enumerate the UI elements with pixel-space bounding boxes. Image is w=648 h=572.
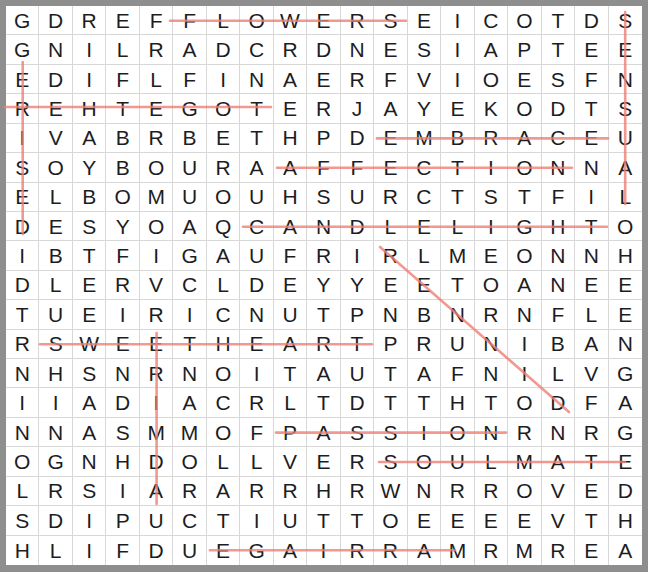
cell-r3c17[interactable]: S xyxy=(542,65,575,94)
cell-r5c5[interactable]: R xyxy=(140,124,173,153)
cell-r18c2[interactable]: D xyxy=(39,506,72,535)
cell-r15c2[interactable]: N xyxy=(39,418,72,447)
cell-r19c2[interactable]: L xyxy=(39,536,72,565)
cell-r11c5[interactable]: R xyxy=(140,300,173,329)
cell-r18c10[interactable]: T xyxy=(307,506,340,535)
cell-r2c14[interactable]: I xyxy=(441,35,474,64)
cell-r1c18[interactable]: D xyxy=(575,6,608,35)
cell-r17c7[interactable]: A xyxy=(207,477,240,506)
cell-r17c13[interactable]: N xyxy=(408,477,441,506)
cell-r12c9[interactable]: A xyxy=(274,330,307,359)
cell-r10c12[interactable]: E xyxy=(374,271,407,300)
cell-r2c12[interactable]: E xyxy=(374,35,407,64)
cell-r16c18[interactable]: T xyxy=(575,447,608,476)
cell-r9c17[interactable]: N xyxy=(542,241,575,270)
cell-r7c6[interactable]: U xyxy=(173,183,206,212)
cell-r12c19[interactable]: N xyxy=(609,330,642,359)
cell-r14c11[interactable]: D xyxy=(341,388,374,417)
cell-r14c10[interactable]: T xyxy=(307,388,340,417)
cell-r5c16[interactable]: A xyxy=(508,124,541,153)
cell-r9c11[interactable]: I xyxy=(341,241,374,270)
cell-r14c19[interactable]: A xyxy=(609,388,642,417)
cell-r2c13[interactable]: S xyxy=(408,35,441,64)
cell-r16c13[interactable]: O xyxy=(408,447,441,476)
cell-r6c9[interactable]: A xyxy=(274,153,307,182)
cell-r12c14[interactable]: U xyxy=(441,330,474,359)
cell-r18c5[interactable]: U xyxy=(140,506,173,535)
cell-r11c7[interactable]: C xyxy=(207,300,240,329)
cell-r8c13[interactable]: E xyxy=(408,212,441,241)
cell-r10c1[interactable]: D xyxy=(6,271,39,300)
cell-r10c14[interactable]: T xyxy=(441,271,474,300)
cell-r15c4[interactable]: S xyxy=(106,418,139,447)
cell-r13c1[interactable]: N xyxy=(6,359,39,388)
cell-r3c19[interactable]: N xyxy=(609,65,642,94)
cell-r13c17[interactable]: L xyxy=(542,359,575,388)
cell-r16c5[interactable]: D xyxy=(140,447,173,476)
cell-r17c18[interactable]: E xyxy=(575,477,608,506)
cell-r9c16[interactable]: O xyxy=(508,241,541,270)
cell-r15c3[interactable]: A xyxy=(73,418,106,447)
cell-r1c14[interactable]: I xyxy=(441,6,474,35)
cell-r16c19[interactable]: E xyxy=(609,447,642,476)
cell-r14c13[interactable]: T xyxy=(408,388,441,417)
cell-r3c9[interactable]: A xyxy=(274,65,307,94)
cell-r18c1[interactable]: S xyxy=(6,506,39,535)
cell-r6c14[interactable]: T xyxy=(441,153,474,182)
cell-r17c10[interactable]: H xyxy=(307,477,340,506)
cell-r11c14[interactable]: N xyxy=(441,300,474,329)
cell-r16c6[interactable]: O xyxy=(173,447,206,476)
cell-r8c9[interactable]: A xyxy=(274,212,307,241)
cell-r18c17[interactable]: V xyxy=(542,506,575,535)
cell-r4c7[interactable]: O xyxy=(207,94,240,123)
cell-r13c2[interactable]: H xyxy=(39,359,72,388)
cell-r4c9[interactable]: E xyxy=(274,94,307,123)
cell-r14c6[interactable]: A xyxy=(173,388,206,417)
cell-r1c7[interactable]: L xyxy=(207,6,240,35)
cell-r1c15[interactable]: C xyxy=(475,6,508,35)
cell-r17c6[interactable]: R xyxy=(173,477,206,506)
cell-r6c19[interactable]: A xyxy=(609,153,642,182)
cell-r16c15[interactable]: L xyxy=(475,447,508,476)
cell-r4c19[interactable]: S xyxy=(609,94,642,123)
cell-r15c1[interactable]: N xyxy=(6,418,39,447)
cell-r11c13[interactable]: B xyxy=(408,300,441,329)
cell-r9c6[interactable]: G xyxy=(173,241,206,270)
cell-r1c16[interactable]: O xyxy=(508,6,541,35)
cell-r17c1[interactable]: L xyxy=(6,477,39,506)
cell-r7c15[interactable]: S xyxy=(475,183,508,212)
cell-r13c19[interactable]: G xyxy=(609,359,642,388)
cell-r13c6[interactable]: N xyxy=(173,359,206,388)
cell-r18c9[interactable]: U xyxy=(274,506,307,535)
cell-r13c11[interactable]: U xyxy=(341,359,374,388)
cell-r10c8[interactable]: D xyxy=(240,271,273,300)
cell-r10c19[interactable]: E xyxy=(609,271,642,300)
cell-r3c3[interactable]: I xyxy=(73,65,106,94)
cell-r8c7[interactable]: Q xyxy=(207,212,240,241)
cell-r5c3[interactable]: A xyxy=(73,124,106,153)
cell-r15c17[interactable]: N xyxy=(542,418,575,447)
cell-r6c5[interactable]: O xyxy=(140,153,173,182)
cell-r11c4[interactable]: I xyxy=(106,300,139,329)
cell-r15c9[interactable]: P xyxy=(274,418,307,447)
cell-r2c15[interactable]: A xyxy=(475,35,508,64)
cell-r9c2[interactable]: B xyxy=(39,241,72,270)
cell-r17c3[interactable]: S xyxy=(73,477,106,506)
cell-r10c2[interactable]: L xyxy=(39,271,72,300)
cell-r16c14[interactable]: U xyxy=(441,447,474,476)
cell-r2c8[interactable]: C xyxy=(240,35,273,64)
cell-r10c3[interactable]: E xyxy=(73,271,106,300)
cell-r4c16[interactable]: O xyxy=(508,94,541,123)
cell-r2c2[interactable]: N xyxy=(39,35,72,64)
cell-r4c10[interactable]: R xyxy=(307,94,340,123)
cell-r16c16[interactable]: M xyxy=(508,447,541,476)
cell-r1c17[interactable]: T xyxy=(542,6,575,35)
cell-r12c16[interactable]: I xyxy=(508,330,541,359)
cell-r16c3[interactable]: N xyxy=(73,447,106,476)
cell-r12c4[interactable]: E xyxy=(106,330,139,359)
cell-r15c12[interactable]: S xyxy=(374,418,407,447)
cell-r12c7[interactable]: H xyxy=(207,330,240,359)
cell-r15c8[interactable]: F xyxy=(240,418,273,447)
cell-r11c3[interactable]: E xyxy=(73,300,106,329)
cell-r2c4[interactable]: L xyxy=(106,35,139,64)
cell-r9c3[interactable]: T xyxy=(73,241,106,270)
cell-r4c5[interactable]: E xyxy=(140,94,173,123)
cell-r18c3[interactable]: I xyxy=(73,506,106,535)
cell-r19c3[interactable]: I xyxy=(73,536,106,565)
cell-r18c12[interactable]: O xyxy=(374,506,407,535)
cell-r19c19[interactable]: A xyxy=(609,536,642,565)
cell-r12c15[interactable]: N xyxy=(475,330,508,359)
cell-r8c19[interactable]: O xyxy=(609,212,642,241)
cell-r6c18[interactable]: N xyxy=(575,153,608,182)
cell-r2c18[interactable]: E xyxy=(575,35,608,64)
cell-r3c2[interactable]: D xyxy=(39,65,72,94)
cell-r10c17[interactable]: N xyxy=(542,271,575,300)
cell-r19c5[interactable]: D xyxy=(140,536,173,565)
cell-r4c4[interactable]: T xyxy=(106,94,139,123)
cell-r9c15[interactable]: E xyxy=(475,241,508,270)
cell-r14c15[interactable]: T xyxy=(475,388,508,417)
cell-r19c16[interactable]: M xyxy=(508,536,541,565)
cell-r3c1[interactable]: E xyxy=(6,65,39,94)
cell-r7c7[interactable]: O xyxy=(207,183,240,212)
cell-r13c14[interactable]: F xyxy=(441,359,474,388)
cell-r19c12[interactable]: R xyxy=(374,536,407,565)
cell-r5c8[interactable]: T xyxy=(240,124,273,153)
cell-r19c7[interactable]: E xyxy=(207,536,240,565)
cell-r11c11[interactable]: P xyxy=(341,300,374,329)
cell-r15c16[interactable]: R xyxy=(508,418,541,447)
cell-r15c11[interactable]: S xyxy=(341,418,374,447)
cell-r13c5[interactable]: R xyxy=(140,359,173,388)
cell-r15c7[interactable]: O xyxy=(207,418,240,447)
cell-r18c19[interactable]: H xyxy=(609,506,642,535)
cell-r16c4[interactable]: H xyxy=(106,447,139,476)
cell-r18c15[interactable]: E xyxy=(475,506,508,535)
cell-r5c18[interactable]: E xyxy=(575,124,608,153)
cell-r10c4[interactable]: R xyxy=(106,271,139,300)
cell-r15c5[interactable]: M xyxy=(140,418,173,447)
cell-r3c6[interactable]: F xyxy=(173,65,206,94)
cell-r17c14[interactable]: R xyxy=(441,477,474,506)
cell-r16c12[interactable]: S xyxy=(374,447,407,476)
cell-r12c17[interactable]: B xyxy=(542,330,575,359)
cell-r12c8[interactable]: E xyxy=(240,330,273,359)
cell-r6c8[interactable]: A xyxy=(240,153,273,182)
cell-r7c8[interactable]: U xyxy=(240,183,273,212)
cell-r13c12[interactable]: T xyxy=(374,359,407,388)
cell-r13c4[interactable]: N xyxy=(106,359,139,388)
cell-r7c12[interactable]: R xyxy=(374,183,407,212)
cell-r5c12[interactable]: E xyxy=(374,124,407,153)
cell-r1c9[interactable]: W xyxy=(274,6,307,35)
cell-r6c1[interactable]: S xyxy=(6,153,39,182)
cell-r4c1[interactable]: R xyxy=(6,94,39,123)
cell-r11c6[interactable]: I xyxy=(173,300,206,329)
cell-r4c12[interactable]: A xyxy=(374,94,407,123)
cell-r11c10[interactable]: T xyxy=(307,300,340,329)
cell-r17c19[interactable]: D xyxy=(609,477,642,506)
cell-r17c15[interactable]: R xyxy=(475,477,508,506)
cell-r8c4[interactable]: Y xyxy=(106,212,139,241)
cell-r7c11[interactable]: U xyxy=(341,183,374,212)
cell-r8c14[interactable]: L xyxy=(441,212,474,241)
cell-r3c12[interactable]: F xyxy=(374,65,407,94)
cell-r1c3[interactable]: R xyxy=(73,6,106,35)
cell-r7c13[interactable]: C xyxy=(408,183,441,212)
cell-r10c6[interactable]: C xyxy=(173,271,206,300)
cell-r13c3[interactable]: S xyxy=(73,359,106,388)
cell-r3c16[interactable]: E xyxy=(508,65,541,94)
cell-r12c2[interactable]: S xyxy=(39,330,72,359)
cell-r6c15[interactable]: I xyxy=(475,153,508,182)
cell-r5c14[interactable]: B xyxy=(441,124,474,153)
cell-r11c12[interactable]: N xyxy=(374,300,407,329)
cell-r15c13[interactable]: I xyxy=(408,418,441,447)
cell-r5c4[interactable]: B xyxy=(106,124,139,153)
cell-r4c13[interactable]: Y xyxy=(408,94,441,123)
cell-r12c18[interactable]: A xyxy=(575,330,608,359)
cell-r12c11[interactable]: T xyxy=(341,330,374,359)
cell-r5c11[interactable]: D xyxy=(341,124,374,153)
cell-r14c1[interactable]: I xyxy=(6,388,39,417)
cell-r16c8[interactable]: L xyxy=(240,447,273,476)
cell-r2c16[interactable]: P xyxy=(508,35,541,64)
cell-r8c10[interactable]: N xyxy=(307,212,340,241)
cell-r3c11[interactable]: R xyxy=(341,65,374,94)
cell-r14c5[interactable]: I xyxy=(140,388,173,417)
cell-r15c14[interactable]: O xyxy=(441,418,474,447)
cell-r18c8[interactable]: I xyxy=(240,506,273,535)
cell-r8c5[interactable]: O xyxy=(140,212,173,241)
cell-r5c6[interactable]: B xyxy=(173,124,206,153)
cell-r5c19[interactable]: U xyxy=(609,124,642,153)
cell-r1c19[interactable]: S xyxy=(609,6,642,35)
cell-r16c17[interactable]: A xyxy=(542,447,575,476)
cell-r10c11[interactable]: Y xyxy=(341,271,374,300)
cell-r13c7[interactable]: O xyxy=(207,359,240,388)
cell-r12c3[interactable]: W xyxy=(73,330,106,359)
cell-r8c1[interactable]: D xyxy=(6,212,39,241)
cell-r9c19[interactable]: H xyxy=(609,241,642,270)
cell-r10c9[interactable]: E xyxy=(274,271,307,300)
cell-r2c19[interactable]: E xyxy=(609,35,642,64)
cell-r13c16[interactable]: I xyxy=(508,359,541,388)
cell-r4c11[interactable]: J xyxy=(341,94,374,123)
cell-r3c14[interactable]: I xyxy=(441,65,474,94)
cell-r5c13[interactable]: M xyxy=(408,124,441,153)
cell-r6c7[interactable]: R xyxy=(207,153,240,182)
cell-r4c17[interactable]: D xyxy=(542,94,575,123)
cell-r9c14[interactable]: M xyxy=(441,241,474,270)
cell-r11c1[interactable]: T xyxy=(6,300,39,329)
cell-r5c10[interactable]: P xyxy=(307,124,340,153)
cell-r8c6[interactable]: A xyxy=(173,212,206,241)
cell-r3c15[interactable]: O xyxy=(475,65,508,94)
cell-r3c5[interactable]: L xyxy=(140,65,173,94)
cell-r9c18[interactable]: N xyxy=(575,241,608,270)
cell-r18c14[interactable]: E xyxy=(441,506,474,535)
cell-r7c3[interactable]: B xyxy=(73,183,106,212)
cell-r14c14[interactable]: H xyxy=(441,388,474,417)
cell-r5c15[interactable]: R xyxy=(475,124,508,153)
cell-r4c6[interactable]: G xyxy=(173,94,206,123)
cell-r16c7[interactable]: L xyxy=(207,447,240,476)
cell-r14c4[interactable]: D xyxy=(106,388,139,417)
cell-r10c15[interactable]: O xyxy=(475,271,508,300)
cell-r7c1[interactable]: E xyxy=(6,183,39,212)
cell-r15c6[interactable]: M xyxy=(173,418,206,447)
cell-r5c1[interactable]: I xyxy=(6,124,39,153)
cell-r18c16[interactable]: E xyxy=(508,506,541,535)
cell-r16c10[interactable]: E xyxy=(307,447,340,476)
cell-r13c13[interactable]: A xyxy=(408,359,441,388)
cell-r7c14[interactable]: T xyxy=(441,183,474,212)
cell-r18c11[interactable]: T xyxy=(341,506,374,535)
cell-r6c16[interactable]: O xyxy=(508,153,541,182)
cell-r9c5[interactable]: I xyxy=(140,241,173,270)
cell-r11c8[interactable]: N xyxy=(240,300,273,329)
cell-r2c9[interactable]: R xyxy=(274,35,307,64)
cell-r14c3[interactable]: A xyxy=(73,388,106,417)
cell-r3c13[interactable]: V xyxy=(408,65,441,94)
cell-r11c19[interactable]: E xyxy=(609,300,642,329)
cell-r17c8[interactable]: R xyxy=(240,477,273,506)
cell-r18c7[interactable]: T xyxy=(207,506,240,535)
cell-r1c8[interactable]: O xyxy=(240,6,273,35)
cell-r13c15[interactable]: N xyxy=(475,359,508,388)
cell-r9c7[interactable]: A xyxy=(207,241,240,270)
cell-r6c12[interactable]: E xyxy=(374,153,407,182)
cell-r1c4[interactable]: E xyxy=(106,6,139,35)
cell-r19c11[interactable]: R xyxy=(341,536,374,565)
cell-r8c15[interactable]: I xyxy=(475,212,508,241)
cell-r10c5[interactable]: V xyxy=(140,271,173,300)
cell-r17c5[interactable]: A xyxy=(140,477,173,506)
cell-r6c17[interactable]: N xyxy=(542,153,575,182)
cell-r2c11[interactable]: N xyxy=(341,35,374,64)
cell-r7c18[interactable]: I xyxy=(575,183,608,212)
cell-r13c10[interactable]: A xyxy=(307,359,340,388)
cell-r18c4[interactable]: P xyxy=(106,506,139,535)
cell-r3c7[interactable]: I xyxy=(207,65,240,94)
cell-r14c8[interactable]: R xyxy=(240,388,273,417)
cell-r1c11[interactable]: R xyxy=(341,6,374,35)
cell-r17c11[interactable]: R xyxy=(341,477,374,506)
cell-r14c17[interactable]: D xyxy=(542,388,575,417)
cell-r5c9[interactable]: H xyxy=(274,124,307,153)
cell-r5c2[interactable]: V xyxy=(39,124,72,153)
cell-r8c17[interactable]: H xyxy=(542,212,575,241)
cell-r8c11[interactable]: D xyxy=(341,212,374,241)
cell-r9c9[interactable]: F xyxy=(274,241,307,270)
cell-r7c5[interactable]: M xyxy=(140,183,173,212)
cell-r16c1[interactable]: O xyxy=(6,447,39,476)
cell-r6c11[interactable]: F xyxy=(341,153,374,182)
cell-r6c3[interactable]: Y xyxy=(73,153,106,182)
cell-r12c13[interactable]: R xyxy=(408,330,441,359)
cell-r17c12[interactable]: W xyxy=(374,477,407,506)
cell-r12c12[interactable]: P xyxy=(374,330,407,359)
cell-r11c9[interactable]: U xyxy=(274,300,307,329)
cell-r8c2[interactable]: E xyxy=(39,212,72,241)
cell-r19c6[interactable]: U xyxy=(173,536,206,565)
cell-r7c4[interactable]: O xyxy=(106,183,139,212)
cell-r8c18[interactable]: T xyxy=(575,212,608,241)
cell-r2c1[interactable]: G xyxy=(6,35,39,64)
cell-r2c6[interactable]: A xyxy=(173,35,206,64)
cell-r17c16[interactable]: O xyxy=(508,477,541,506)
cell-r13c8[interactable]: I xyxy=(240,359,273,388)
cell-r4c18[interactable]: T xyxy=(575,94,608,123)
cell-r1c2[interactable]: D xyxy=(39,6,72,35)
cell-r14c12[interactable]: T xyxy=(374,388,407,417)
cell-r16c9[interactable]: V xyxy=(274,447,307,476)
cell-r12c5[interactable]: E xyxy=(140,330,173,359)
cell-r8c8[interactable]: C xyxy=(240,212,273,241)
cell-r3c4[interactable]: F xyxy=(106,65,139,94)
cell-r19c18[interactable]: E xyxy=(575,536,608,565)
cell-r19c4[interactable]: F xyxy=(106,536,139,565)
cell-r15c15[interactable]: N xyxy=(475,418,508,447)
cell-r16c2[interactable]: G xyxy=(39,447,72,476)
cell-r2c3[interactable]: I xyxy=(73,35,106,64)
cell-r13c18[interactable]: V xyxy=(575,359,608,388)
cell-r9c4[interactable]: F xyxy=(106,241,139,270)
cell-r14c18[interactable]: F xyxy=(575,388,608,417)
cell-r6c13[interactable]: C xyxy=(408,153,441,182)
cell-r18c18[interactable]: T xyxy=(575,506,608,535)
cell-r19c15[interactable]: R xyxy=(475,536,508,565)
cell-r12c10[interactable]: R xyxy=(307,330,340,359)
cell-r19c1[interactable]: H xyxy=(6,536,39,565)
cell-r11c2[interactable]: U xyxy=(39,300,72,329)
cell-r16c11[interactable]: R xyxy=(341,447,374,476)
cell-r2c17[interactable]: T xyxy=(542,35,575,64)
cell-r11c16[interactable]: N xyxy=(508,300,541,329)
cell-r9c8[interactable]: U xyxy=(240,241,273,270)
cell-r1c10[interactable]: E xyxy=(307,6,340,35)
cell-r4c15[interactable]: K xyxy=(475,94,508,123)
cell-r4c14[interactable]: E xyxy=(441,94,474,123)
cell-r13c9[interactable]: T xyxy=(274,359,307,388)
cell-r19c10[interactable]: I xyxy=(307,536,340,565)
